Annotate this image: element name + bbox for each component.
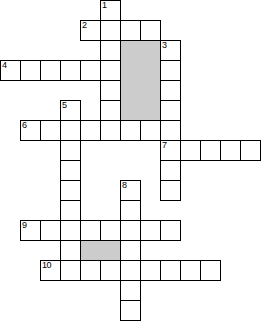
grid-cell-r13c10[interactable]	[200, 260, 221, 281]
grid-cell-r3c3[interactable]	[60, 60, 81, 81]
grid-cell-r13c7[interactable]	[140, 260, 161, 281]
grid-cell-r13c9[interactable]	[180, 260, 201, 281]
grid-cell-r7c12[interactable]	[240, 140, 261, 161]
grid-cell-r3c5[interactable]	[100, 60, 121, 81]
grid-cell-r5c8[interactable]	[160, 100, 181, 121]
grid-cell-r1c6[interactable]	[120, 20, 141, 41]
grid-cell-r13c8[interactable]	[160, 260, 181, 281]
grid-cell-r5c5[interactable]	[100, 100, 121, 121]
grid-cell-r6c6[interactable]	[120, 120, 141, 141]
grid-cell-r11c8[interactable]	[160, 220, 181, 241]
grid-cell-r7c8[interactable]	[160, 140, 181, 161]
grid-cell-r0c5[interactable]	[100, 0, 121, 21]
grid-cell-r14c6[interactable]	[120, 280, 141, 301]
shaded-block-2	[80, 240, 121, 261]
grid-cell-r13c6[interactable]	[120, 260, 141, 281]
grid-cell-r8c8[interactable]	[160, 160, 181, 181]
grid-cell-r8c3[interactable]	[60, 160, 81, 181]
grid-cell-r11c6[interactable]	[120, 220, 141, 241]
grid-cell-r6c4[interactable]	[80, 120, 101, 141]
grid-cell-r3c0[interactable]	[0, 60, 21, 81]
grid-cell-r15c6[interactable]	[120, 300, 141, 321]
grid-cell-r9c3[interactable]	[60, 180, 81, 201]
grid-cell-r13c5[interactable]	[100, 260, 121, 281]
grid-cell-r6c3[interactable]	[60, 120, 81, 141]
grid-cell-r11c7[interactable]	[140, 220, 161, 241]
grid-cell-r10c6[interactable]	[120, 200, 141, 221]
crossword-board: 12345678910	[0, 0, 261, 321]
grid-cell-r3c1[interactable]	[20, 60, 41, 81]
grid-cell-r13c2[interactable]	[40, 260, 61, 281]
grid-cell-r13c3[interactable]	[60, 260, 81, 281]
grid-cell-r3c2[interactable]	[40, 60, 61, 81]
grid-cell-r6c5[interactable]	[100, 120, 121, 141]
grid-cell-r11c3[interactable]	[60, 220, 81, 241]
grid-cell-r7c11[interactable]	[220, 140, 241, 161]
grid-cell-r6c8[interactable]	[160, 120, 181, 141]
grid-cell-r2c5[interactable]	[100, 40, 121, 61]
grid-cell-r11c5[interactable]	[100, 220, 121, 241]
grid-cell-r11c4[interactable]	[80, 220, 101, 241]
grid-cell-r3c8[interactable]	[160, 60, 181, 81]
grid-cell-r5c3[interactable]	[60, 100, 81, 121]
grid-cell-r9c6[interactable]	[120, 180, 141, 201]
shaded-block-1	[120, 40, 161, 121]
grid-cell-r4c5[interactable]	[100, 80, 121, 101]
grid-cell-r9c8[interactable]	[160, 180, 181, 201]
grid-cell-r12c3[interactable]	[60, 240, 81, 261]
grid-cell-r10c3[interactable]	[60, 200, 81, 221]
grid-cell-r7c3[interactable]	[60, 140, 81, 161]
grid-cell-r7c9[interactable]	[180, 140, 201, 161]
grid-cell-r11c2[interactable]	[40, 220, 61, 241]
grid-cell-r4c8[interactable]	[160, 80, 181, 101]
grid-cell-r6c1[interactable]	[20, 120, 41, 141]
grid-cell-r6c7[interactable]	[140, 120, 161, 141]
grid-cell-r1c4[interactable]	[80, 20, 101, 41]
grid-cell-r13c4[interactable]	[80, 260, 101, 281]
grid-cell-r2c8[interactable]	[160, 40, 181, 61]
grid-cell-r1c5[interactable]	[100, 20, 121, 41]
grid-cell-r12c6[interactable]	[120, 240, 141, 261]
grid-cell-r7c10[interactable]	[200, 140, 221, 161]
grid-cell-r6c2[interactable]	[40, 120, 61, 141]
grid-cell-r11c1[interactable]	[20, 220, 41, 241]
grid-cell-r1c7[interactable]	[140, 20, 161, 41]
grid-cell-r3c4[interactable]	[80, 60, 101, 81]
